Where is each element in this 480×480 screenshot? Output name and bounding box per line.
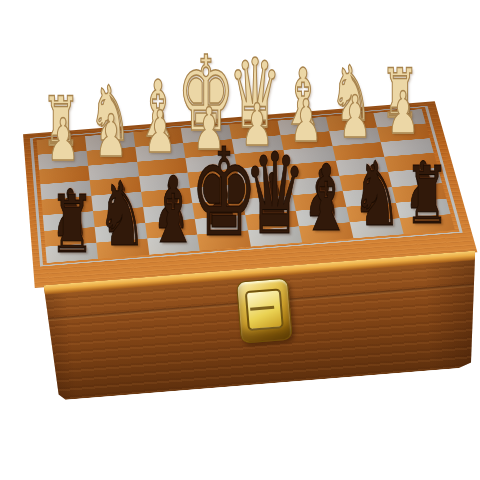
piece-black-rook-a8[interactable]: ♜ (405, 156, 449, 235)
piece-white-pawn-a2[interactable]: ♟ (387, 84, 419, 142)
piece-black-rook-h8[interactable]: ♜ (50, 185, 94, 264)
chess-box (34, 242, 480, 407)
piece-black-knight-b8[interactable]: ♞ (352, 151, 401, 240)
piece-black-bishop-c8[interactable]: ♝ (300, 153, 351, 244)
brass-clasp-plate (245, 288, 284, 331)
piece-white-pawn-h2[interactable]: ♟ (47, 111, 79, 169)
piece-white-pawn-f2[interactable]: ♟ (144, 103, 176, 161)
brass-clasp-bar (250, 306, 274, 311)
piece-white-pawn-g2[interactable]: ♟ (95, 107, 127, 165)
piece-black-king-e8[interactable]: ♚ (190, 133, 258, 254)
product-photo-scene: ♜♞♝♛♚♝♞♜♟♟♟♟♟♟♟♟♟♟♟♟♟♟♟♟♜♞♝♛♚♝♞♜ (0, 0, 480, 480)
piece-black-bishop-f8[interactable]: ♝ (148, 166, 199, 257)
piece-white-pawn-b2[interactable]: ♟ (339, 87, 371, 145)
brass-clasp[interactable] (236, 278, 293, 344)
piece-black-knight-g8[interactable]: ♞ (98, 172, 147, 261)
